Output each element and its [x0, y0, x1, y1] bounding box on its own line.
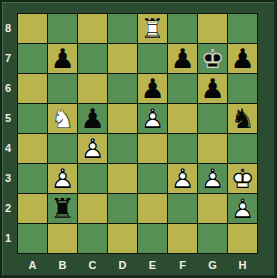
- square-c1[interactable]: [78, 224, 107, 253]
- square-h8[interactable]: [228, 14, 257, 43]
- square-e1[interactable]: [138, 224, 167, 253]
- black-king-outline: ♔: [198, 44, 227, 73]
- square-b5[interactable]: ♞♘: [48, 104, 77, 133]
- square-c8[interactable]: [78, 14, 107, 43]
- square-b2[interactable]: ♜: [48, 194, 77, 223]
- square-b8[interactable]: [48, 14, 77, 43]
- square-f8[interactable]: [168, 14, 197, 43]
- white-pawn-outline: ♙: [78, 134, 107, 163]
- file-label-h: H: [228, 257, 257, 273]
- square-d8[interactable]: [108, 14, 137, 43]
- square-b3[interactable]: ♟♙: [48, 164, 77, 193]
- square-g2[interactable]: [198, 194, 227, 223]
- square-c7[interactable]: [78, 44, 107, 73]
- white-pawn: ♟: [228, 194, 257, 223]
- square-a6[interactable]: [18, 74, 47, 103]
- square-e3[interactable]: [138, 164, 167, 193]
- square-a8[interactable]: [18, 14, 47, 43]
- square-a2[interactable]: [18, 194, 47, 223]
- square-a5[interactable]: [18, 104, 47, 133]
- square-d2[interactable]: [108, 194, 137, 223]
- white-pawn: ♟: [168, 164, 197, 193]
- square-b1[interactable]: [48, 224, 77, 253]
- white-pawn: ♟: [78, 134, 107, 163]
- square-f5[interactable]: [168, 104, 197, 133]
- square-f6[interactable]: [168, 74, 197, 103]
- square-e6[interactable]: ♟: [138, 74, 167, 103]
- black-pawn: ♟: [48, 44, 77, 73]
- square-g1[interactable]: [198, 224, 227, 253]
- white-rook-outline: ♖: [138, 14, 167, 43]
- white-knight: ♞: [48, 104, 77, 133]
- white-knight-outline: ♘: [48, 104, 77, 133]
- square-d4[interactable]: [108, 134, 137, 163]
- white-pawn: ♟: [138, 104, 167, 133]
- square-c5[interactable]: ♟: [78, 104, 107, 133]
- square-d7[interactable]: [108, 44, 137, 73]
- square-f1[interactable]: [168, 224, 197, 253]
- square-h3[interactable]: ♚♔: [228, 164, 257, 193]
- chess-board: ♜♖♟♟♚♔♟♟♟♞♘♟♟♙♞♟♙♟♙♟♙♟♙♚♔♜♟♙: [17, 13, 258, 254]
- white-king-outline: ♔: [228, 164, 257, 193]
- square-b6[interactable]: [48, 74, 77, 103]
- white-pawn: ♟: [198, 164, 227, 193]
- rank-label-5: 5: [0, 104, 16, 133]
- square-g8[interactable]: [198, 14, 227, 43]
- square-a3[interactable]: [18, 164, 47, 193]
- rank-label-2: 2: [0, 194, 16, 223]
- square-h1[interactable]: [228, 224, 257, 253]
- square-h2[interactable]: ♟♙: [228, 194, 257, 223]
- square-e8[interactable]: ♜♖: [138, 14, 167, 43]
- file-label-a: A: [18, 257, 47, 273]
- square-c3[interactable]: [78, 164, 107, 193]
- black-king: ♚: [198, 44, 227, 73]
- square-a1[interactable]: [18, 224, 47, 253]
- rank-label-8: 8: [0, 14, 16, 43]
- square-d1[interactable]: [108, 224, 137, 253]
- white-pawn-outline: ♙: [198, 164, 227, 193]
- square-b4[interactable]: [48, 134, 77, 163]
- white-pawn-outline: ♙: [138, 104, 167, 133]
- square-d6[interactable]: [108, 74, 137, 103]
- square-c4[interactable]: ♟♙: [78, 134, 107, 163]
- white-king: ♚: [228, 164, 257, 193]
- black-pawn: ♟: [78, 104, 107, 133]
- square-e5[interactable]: ♟♙: [138, 104, 167, 133]
- black-pawn: ♟: [168, 44, 197, 73]
- black-pawn: ♟: [228, 44, 257, 73]
- square-a4[interactable]: [18, 134, 47, 163]
- chess-app-window: ♜♖♟♟♚♔♟♟♟♞♘♟♟♙♞♟♙♟♙♟♙♟♙♚♔♜♟♙ 87654321 AB…: [0, 0, 277, 278]
- square-a7[interactable]: [18, 44, 47, 73]
- square-f2[interactable]: [168, 194, 197, 223]
- square-g6[interactable]: ♟: [198, 74, 227, 103]
- file-label-f: F: [168, 257, 197, 273]
- square-f4[interactable]: [168, 134, 197, 163]
- square-h4[interactable]: [228, 134, 257, 163]
- square-e2[interactable]: [138, 194, 167, 223]
- square-h6[interactable]: [228, 74, 257, 103]
- square-c6[interactable]: [78, 74, 107, 103]
- square-g5[interactable]: [198, 104, 227, 133]
- square-h7[interactable]: ♟: [228, 44, 257, 73]
- white-pawn-outline: ♙: [168, 164, 197, 193]
- rank-label-7: 7: [0, 44, 16, 73]
- square-g7[interactable]: ♚♔: [198, 44, 227, 73]
- rank-label-4: 4: [0, 134, 16, 163]
- square-g4[interactable]: [198, 134, 227, 163]
- square-f7[interactable]: ♟: [168, 44, 197, 73]
- black-knight: ♞: [228, 104, 257, 133]
- white-rook: ♜: [138, 14, 167, 43]
- square-h5[interactable]: ♞: [228, 104, 257, 133]
- file-label-e: E: [138, 257, 167, 273]
- file-label-c: C: [78, 257, 107, 273]
- square-b7[interactable]: ♟: [48, 44, 77, 73]
- black-rook: ♜: [48, 194, 77, 223]
- square-d5[interactable]: [108, 104, 137, 133]
- square-e4[interactable]: [138, 134, 167, 163]
- black-pawn: ♟: [138, 74, 167, 103]
- rank-label-3: 3: [0, 164, 16, 193]
- square-f3[interactable]: ♟♙: [168, 164, 197, 193]
- square-g3[interactable]: ♟♙: [198, 164, 227, 193]
- square-c2[interactable]: [78, 194, 107, 223]
- white-pawn-outline: ♙: [48, 164, 77, 193]
- white-pawn-outline: ♙: [228, 194, 257, 223]
- rank-label-6: 6: [0, 74, 16, 103]
- file-label-b: B: [48, 257, 77, 273]
- file-label-d: D: [108, 257, 137, 273]
- square-d3[interactable]: [108, 164, 137, 193]
- black-pawn: ♟: [198, 74, 227, 103]
- file-label-g: G: [198, 257, 227, 273]
- rank-label-1: 1: [0, 224, 16, 253]
- square-e7[interactable]: [138, 44, 167, 73]
- white-pawn: ♟: [48, 164, 77, 193]
